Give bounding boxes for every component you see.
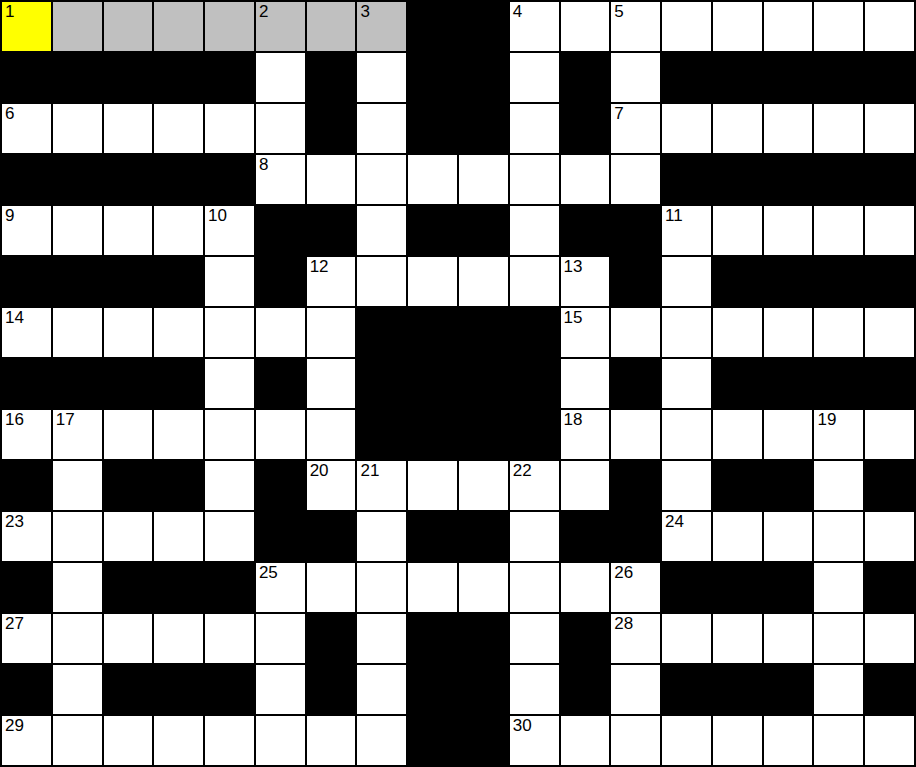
cell-r3c7[interactable] [357, 155, 406, 204]
cell-r9c14 [713, 461, 762, 510]
cell-r14c2[interactable] [104, 716, 153, 765]
cell-r14c16[interactable] [814, 716, 863, 765]
cell-r11c17 [865, 563, 914, 612]
cell-r14c7[interactable] [357, 716, 406, 765]
crossword-board: 1234567891011121314151617181920212223242… [0, 0, 916, 767]
cell-r1c13 [662, 53, 711, 102]
cell-r4c11 [561, 206, 610, 255]
cell-r4c17[interactable] [865, 206, 914, 255]
cell-r2c17[interactable] [865, 104, 914, 153]
clue-number-11: 11 [665, 207, 683, 226]
cell-r2c13[interactable] [662, 104, 711, 153]
cell-r8c1[interactable]: 17 [53, 410, 102, 459]
cell-r12c17[interactable] [865, 614, 914, 663]
cell-r3c2 [104, 155, 153, 204]
cell-r11c7[interactable] [357, 563, 406, 612]
cell-r3c3 [154, 155, 203, 204]
cell-r3c12[interactable] [611, 155, 660, 204]
cell-r0c2[interactable] [104, 2, 153, 51]
cell-r11c9[interactable] [459, 563, 508, 612]
cell-r9c16[interactable] [814, 461, 863, 510]
cell-r13c13 [662, 665, 711, 714]
cell-r10c11 [561, 512, 610, 561]
cell-r12c11 [561, 614, 610, 663]
cell-r11c2 [104, 563, 153, 612]
cell-r8c0[interactable]: 16 [2, 410, 51, 459]
cell-r10c5 [256, 512, 305, 561]
cell-r1c12[interactable] [611, 53, 660, 102]
cell-r13c0 [2, 665, 51, 714]
cell-r9c11[interactable] [561, 461, 610, 510]
cell-r10c15[interactable] [764, 512, 813, 561]
cell-r10c8 [408, 512, 457, 561]
clue-number-16: 16 [5, 411, 24, 430]
cell-r1c5[interactable] [256, 53, 305, 102]
cell-r8c9 [459, 410, 508, 459]
cell-r5c0 [2, 257, 51, 306]
cell-r10c6 [307, 512, 356, 561]
cell-r6c16[interactable] [814, 308, 863, 357]
cell-r13c7[interactable] [357, 665, 406, 714]
cell-r14c4[interactable] [205, 716, 254, 765]
cell-r8c8 [408, 410, 457, 459]
cell-r7c14 [713, 359, 762, 408]
clue-number-12: 12 [310, 258, 329, 277]
cell-r9c8[interactable] [408, 461, 457, 510]
cell-r13c9 [459, 665, 508, 714]
cell-r5c14 [713, 257, 762, 306]
cell-r1c15 [764, 53, 813, 102]
cell-r2c16[interactable] [814, 104, 863, 153]
cell-r2c1[interactable] [53, 104, 102, 153]
clue-number-7: 7 [614, 105, 623, 124]
cell-r2c15[interactable] [764, 104, 813, 153]
cell-r2c2[interactable] [104, 104, 153, 153]
cell-r0c0[interactable]: 1 [2, 2, 51, 51]
cell-r8c14[interactable] [713, 410, 762, 459]
cell-r5c13[interactable] [662, 257, 711, 306]
cell-r0c5[interactable]: 2 [256, 2, 305, 51]
clue-number-20: 20 [310, 462, 329, 481]
cell-r8c3[interactable] [154, 410, 203, 459]
cell-r7c13[interactable] [662, 359, 711, 408]
cell-r6c5[interactable] [256, 308, 305, 357]
cell-r7c2 [104, 359, 153, 408]
cell-r7c3 [154, 359, 203, 408]
cell-r1c3 [154, 53, 203, 102]
cell-r10c0[interactable]: 23 [2, 512, 51, 561]
cell-r6c17[interactable] [865, 308, 914, 357]
cell-r11c10[interactable] [510, 563, 559, 612]
cell-r3c17 [865, 155, 914, 204]
cell-r1c4 [205, 53, 254, 102]
cell-r14c5[interactable] [256, 716, 305, 765]
cell-r12c15[interactable] [764, 614, 813, 663]
cell-r1c11 [561, 53, 610, 102]
cell-r14c6[interactable] [307, 716, 356, 765]
cell-r4c4[interactable]: 10 [205, 206, 254, 255]
cell-r12c9 [459, 614, 508, 663]
cell-r5c17 [865, 257, 914, 306]
clue-number-4: 4 [513, 3, 522, 22]
cell-r7c4[interactable] [205, 359, 254, 408]
cell-r3c4 [205, 155, 254, 204]
cell-r14c1[interactable] [53, 716, 102, 765]
cell-r1c16 [814, 53, 863, 102]
cell-r9c12 [611, 461, 660, 510]
cell-r12c12[interactable]: 28 [611, 614, 660, 663]
clue-number-26: 26 [614, 564, 633, 583]
cell-r7c15 [764, 359, 813, 408]
cell-r9c4[interactable] [205, 461, 254, 510]
cell-r4c9 [459, 206, 508, 255]
cell-r6c2[interactable] [104, 308, 153, 357]
cell-r12c4[interactable] [205, 614, 254, 663]
cell-r0c9 [459, 2, 508, 51]
cell-r9c5 [256, 461, 305, 510]
cell-r0c14[interactable] [713, 2, 762, 51]
cell-r0c15[interactable] [764, 2, 813, 51]
clue-number-23: 23 [5, 513, 24, 532]
cell-r11c8[interactable] [408, 563, 457, 612]
cell-r12c3[interactable] [154, 614, 203, 663]
cell-r3c13 [662, 155, 711, 204]
cell-r7c7 [357, 359, 406, 408]
cell-r13c16[interactable] [814, 665, 863, 714]
cell-r0c6[interactable] [307, 2, 356, 51]
cell-r13c17 [865, 665, 914, 714]
cell-r13c12[interactable] [611, 665, 660, 714]
clue-number-2: 2 [259, 3, 268, 22]
cell-r8c15[interactable] [764, 410, 813, 459]
cell-r2c14[interactable] [713, 104, 762, 153]
cell-r13c10[interactable] [510, 665, 559, 714]
cell-r1c8 [408, 53, 457, 102]
cell-r12c14[interactable] [713, 614, 762, 663]
cell-r10c1[interactable] [53, 512, 102, 561]
cell-r9c15 [764, 461, 813, 510]
cell-r8c7 [357, 410, 406, 459]
clue-number-15: 15 [564, 309, 583, 328]
cell-r11c11[interactable] [561, 563, 610, 612]
cell-r6c6[interactable] [307, 308, 356, 357]
clue-number-13: 13 [564, 258, 583, 277]
cell-r12c10[interactable] [510, 614, 559, 663]
cell-r6c13[interactable] [662, 308, 711, 357]
cell-r8c5[interactable] [256, 410, 305, 459]
cell-r4c14[interactable] [713, 206, 762, 255]
cell-r4c12 [611, 206, 660, 255]
cell-r8c16[interactable]: 19 [814, 410, 863, 459]
cell-r7c9 [459, 359, 508, 408]
cell-r1c6 [307, 53, 356, 102]
cell-r13c11 [561, 665, 610, 714]
cell-r3c6[interactable] [307, 155, 356, 204]
cell-r7c12 [611, 359, 660, 408]
cell-r12c1[interactable] [53, 614, 102, 663]
cell-r1c14 [713, 53, 762, 102]
cell-r14c9 [459, 716, 508, 765]
cell-r8c10 [510, 410, 559, 459]
cell-r14c12[interactable] [611, 716, 660, 765]
cell-r4c1[interactable] [53, 206, 102, 255]
cell-r5c5 [256, 257, 305, 306]
clue-number-24: 24 [665, 513, 684, 532]
cell-r4c5 [256, 206, 305, 255]
clue-number-22: 22 [513, 462, 532, 481]
cell-r11c4 [205, 563, 254, 612]
clue-number-25: 25 [259, 564, 278, 583]
cell-r3c14 [713, 155, 762, 204]
cell-r9c10[interactable]: 22 [510, 461, 559, 510]
cell-r8c12[interactable] [611, 410, 660, 459]
cell-r5c3 [154, 257, 203, 306]
cell-r11c0 [2, 563, 51, 612]
cell-r4c15[interactable] [764, 206, 813, 255]
cell-r13c4 [205, 665, 254, 714]
clue-number-14: 14 [5, 309, 24, 328]
cell-r12c2[interactable] [104, 614, 153, 663]
cell-r6c11[interactable]: 15 [561, 308, 610, 357]
cell-r5c2 [104, 257, 153, 306]
cell-r13c3 [154, 665, 203, 714]
cell-r7c6[interactable] [307, 359, 356, 408]
cell-r10c13[interactable]: 24 [662, 512, 711, 561]
cell-r9c2 [104, 461, 153, 510]
cell-r11c15 [764, 563, 813, 612]
cell-r6c15[interactable] [764, 308, 813, 357]
cell-r3c15 [764, 155, 813, 204]
cell-r11c12[interactable]: 26 [611, 563, 660, 612]
cell-r12c8 [408, 614, 457, 663]
cell-r7c16 [814, 359, 863, 408]
cell-r3c5[interactable]: 8 [256, 155, 305, 204]
cell-r10c12 [611, 512, 660, 561]
cell-r7c5 [256, 359, 305, 408]
cell-r10c4[interactable] [205, 512, 254, 561]
cell-r14c17[interactable] [865, 716, 914, 765]
cell-r14c14[interactable] [713, 716, 762, 765]
cell-r5c4[interactable] [205, 257, 254, 306]
cell-r2c8 [408, 104, 457, 153]
cell-r4c2[interactable] [104, 206, 153, 255]
cell-r0c4[interactable] [205, 2, 254, 51]
cell-r8c6[interactable] [307, 410, 356, 459]
cell-r7c11[interactable] [561, 359, 610, 408]
cell-r14c3[interactable] [154, 716, 203, 765]
cell-r7c17 [865, 359, 914, 408]
cell-r13c8 [408, 665, 457, 714]
clue-number-6: 6 [5, 105, 14, 124]
cell-r10c9 [459, 512, 508, 561]
cell-r3c9[interactable] [459, 155, 508, 204]
cell-r14c13[interactable] [662, 716, 711, 765]
cell-r0c12[interactable]: 5 [611, 2, 660, 51]
cell-r4c10[interactable] [510, 206, 559, 255]
cell-r0c11[interactable] [561, 2, 610, 51]
clue-number-9: 9 [5, 207, 14, 226]
cell-r3c16 [814, 155, 863, 204]
cell-r13c6 [307, 665, 356, 714]
cell-r14c15[interactable] [764, 716, 813, 765]
cell-r5c15 [764, 257, 813, 306]
cell-r7c1 [53, 359, 102, 408]
cell-r2c0[interactable]: 6 [2, 104, 51, 153]
cell-r11c5[interactable]: 25 [256, 563, 305, 612]
cell-r3c10[interactable] [510, 155, 559, 204]
cell-r5c6[interactable]: 12 [307, 257, 356, 306]
cell-r6c12[interactable] [611, 308, 660, 357]
cell-r6c3[interactable] [154, 308, 203, 357]
cell-r11c16[interactable] [814, 563, 863, 612]
cell-r7c10 [510, 359, 559, 408]
cell-r8c11[interactable]: 18 [561, 410, 610, 459]
clue-number-29: 29 [5, 717, 24, 736]
cell-r12c0[interactable]: 27 [2, 614, 51, 663]
cell-r2c6 [307, 104, 356, 153]
cell-r14c0[interactable]: 29 [2, 716, 51, 765]
clue-number-27: 27 [5, 615, 24, 634]
cell-r5c11[interactable]: 13 [561, 257, 610, 306]
cell-r6c7 [357, 308, 406, 357]
cell-r11c3 [154, 563, 203, 612]
cell-r0c8 [408, 2, 457, 51]
cell-r12c7[interactable] [357, 614, 406, 663]
cell-r10c10[interactable] [510, 512, 559, 561]
cell-r11c1[interactable] [53, 563, 102, 612]
cell-r11c6[interactable] [307, 563, 356, 612]
cell-r6c0[interactable]: 14 [2, 308, 51, 357]
cell-r14c11[interactable] [561, 716, 610, 765]
cell-r8c4[interactable] [205, 410, 254, 459]
cell-r10c7[interactable] [357, 512, 406, 561]
cell-r13c5[interactable] [256, 665, 305, 714]
clue-number-19: 19 [817, 411, 836, 430]
cell-r7c8 [408, 359, 457, 408]
cell-r9c6[interactable]: 20 [307, 461, 356, 510]
cell-r1c1 [53, 53, 102, 102]
cell-r5c16 [814, 257, 863, 306]
cell-r4c0[interactable]: 9 [2, 206, 51, 255]
cell-r5c10[interactable] [510, 257, 559, 306]
cell-r0c17[interactable] [865, 2, 914, 51]
cell-r12c6 [307, 614, 356, 663]
cell-r6c14[interactable] [713, 308, 762, 357]
cell-r11c14 [713, 563, 762, 612]
cell-r0c3[interactable] [154, 2, 203, 51]
cell-r2c12[interactable]: 7 [611, 104, 660, 153]
cell-r2c7[interactable] [357, 104, 406, 153]
cell-r1c17 [865, 53, 914, 102]
cell-r1c2 [104, 53, 153, 102]
cell-r9c1[interactable] [53, 461, 102, 510]
cell-r6c1[interactable] [53, 308, 102, 357]
cell-r2c3[interactable] [154, 104, 203, 153]
cell-r9c7[interactable]: 21 [357, 461, 406, 510]
cell-r8c2[interactable] [104, 410, 153, 459]
cell-r12c16[interactable] [814, 614, 863, 663]
cell-r13c2 [104, 665, 153, 714]
cell-r9c0 [2, 461, 51, 510]
clue-number-10: 10 [208, 207, 227, 226]
cell-r0c7[interactable]: 3 [357, 2, 406, 51]
cell-r0c1[interactable] [53, 2, 102, 51]
cell-r4c3[interactable] [154, 206, 203, 255]
cell-r4c6 [307, 206, 356, 255]
cell-r6c4[interactable] [205, 308, 254, 357]
cell-r10c14[interactable] [713, 512, 762, 561]
cell-r2c9 [459, 104, 508, 153]
clue-number-30: 30 [513, 717, 532, 736]
cell-r2c4[interactable] [205, 104, 254, 153]
cell-r5c8[interactable] [408, 257, 457, 306]
cell-r10c2[interactable] [104, 512, 153, 561]
cell-r0c16[interactable] [814, 2, 863, 51]
cell-r5c7[interactable] [357, 257, 406, 306]
cell-r10c17[interactable] [865, 512, 914, 561]
cell-r9c3 [154, 461, 203, 510]
cell-r7c0 [2, 359, 51, 408]
cell-r2c10[interactable] [510, 104, 559, 153]
cell-r1c9 [459, 53, 508, 102]
cell-r3c11[interactable] [561, 155, 610, 204]
cell-r1c10[interactable] [510, 53, 559, 102]
cell-r12c13[interactable] [662, 614, 711, 663]
cell-r11c13 [662, 563, 711, 612]
cell-r3c1 [53, 155, 102, 204]
clue-number-5: 5 [614, 3, 623, 22]
cell-r8c17[interactable] [865, 410, 914, 459]
clue-number-18: 18 [564, 411, 583, 430]
cell-r10c3[interactable] [154, 512, 203, 561]
cell-r3c0 [2, 155, 51, 204]
cell-r5c12 [611, 257, 660, 306]
clue-number-21: 21 [360, 462, 379, 481]
cell-r14c10[interactable]: 30 [510, 716, 559, 765]
clue-number-3: 3 [360, 3, 369, 22]
cell-r0c13[interactable] [662, 2, 711, 51]
cell-r14c8 [408, 716, 457, 765]
cell-r3c8[interactable] [408, 155, 457, 204]
cell-r2c5[interactable] [256, 104, 305, 153]
cell-r2c11 [561, 104, 610, 153]
cell-r1c0 [2, 53, 51, 102]
cell-r10c16[interactable] [814, 512, 863, 561]
cell-r13c1[interactable] [53, 665, 102, 714]
cell-r6c9 [459, 308, 508, 357]
cell-r1c7[interactable] [357, 53, 406, 102]
cell-r5c1 [53, 257, 102, 306]
cell-r13c15 [764, 665, 813, 714]
cell-r0c10[interactable]: 4 [510, 2, 559, 51]
cell-r9c17 [865, 461, 914, 510]
cell-r8c13[interactable] [662, 410, 711, 459]
cell-r13c14 [713, 665, 762, 714]
cell-r5c9[interactable] [459, 257, 508, 306]
cell-r12c5[interactable] [256, 614, 305, 663]
cell-r4c16[interactable] [814, 206, 863, 255]
cell-r6c8 [408, 308, 457, 357]
cell-r9c13[interactable] [662, 461, 711, 510]
clue-number-17: 17 [56, 411, 75, 430]
cell-r4c8 [408, 206, 457, 255]
cell-r9c9[interactable] [459, 461, 508, 510]
cell-r4c7[interactable] [357, 206, 406, 255]
clue-number-1: 1 [5, 3, 14, 22]
cell-r4c13[interactable]: 11 [662, 206, 711, 255]
cell-r6c10 [510, 308, 559, 357]
clue-number-8: 8 [259, 156, 268, 175]
